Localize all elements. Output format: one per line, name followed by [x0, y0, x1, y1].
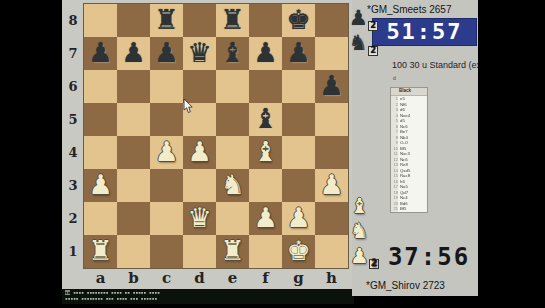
square-a7[interactable]: ♟ [84, 37, 117, 70]
rank-label-7: 7 [63, 37, 83, 70]
white-queen-d2: ♛ [183, 202, 216, 235]
file-label-h: h [315, 269, 348, 288]
mouse-cursor [183, 99, 195, 114]
file-label-e: e [216, 269, 249, 288]
clock-top-active: 51:57 [372, 18, 477, 46]
square-e4[interactable] [216, 136, 249, 169]
square-c4[interactable]: ♟ [150, 136, 183, 169]
black-bishop-e7: ♝ [216, 37, 249, 70]
square-e7[interactable]: ♝ [216, 37, 249, 70]
square-f7[interactable]: ♟ [249, 37, 282, 70]
file-label-g: g [282, 269, 315, 288]
square-f3[interactable] [249, 169, 282, 202]
white-pawn-a3: ♟ [84, 169, 117, 202]
white-knight-e3: ♞ [216, 169, 249, 202]
captured-pawn-icon: ♟2 [343, 244, 376, 269]
square-f8[interactable] [249, 4, 282, 37]
file-label-a: a [84, 269, 117, 288]
square-c2[interactable] [150, 202, 183, 235]
black-pawn-c7: ♟ [150, 37, 183, 70]
square-a5[interactable] [84, 103, 117, 136]
black-rook-c8: ♜ [150, 4, 183, 37]
square-e3[interactable]: ♞ [216, 169, 249, 202]
black-pawn-g7: ♟ [282, 37, 315, 70]
square-f1[interactable] [249, 235, 282, 268]
square-d4[interactable]: ♟ [183, 136, 216, 169]
square-e6[interactable] [216, 70, 249, 103]
square-g4[interactable] [282, 136, 315, 169]
move-list-rows: 1e52Nf63d64Nxe45d56Nc67Be78Nb49O-O10Bf51… [391, 96, 427, 212]
square-b5[interactable] [117, 103, 150, 136]
move-list-header: Black [391, 88, 427, 96]
console-line-2: ▪▪▪▪▪ ▪▪▪▪▪▪▪▪ ▪▪▪ ▪▪▪▪ ▪▪▪ ▪▪▪▪▪▪ [65, 296, 354, 302]
square-c8[interactable]: ♜ [150, 4, 183, 37]
square-c1[interactable] [150, 235, 183, 268]
square-a6[interactable] [84, 70, 117, 103]
square-b1[interactable] [117, 235, 150, 268]
square-g2[interactable]: ♟ [282, 202, 315, 235]
square-c6[interactable] [150, 70, 183, 103]
rank-label-5: 5 [63, 103, 83, 136]
black-queen-d7: ♛ [183, 37, 216, 70]
file-label-b: b [117, 269, 150, 288]
square-f5[interactable]: ♝ [249, 103, 282, 136]
captured-tray-top: ♟2♞2 [342, 6, 368, 56]
captured-count-badge: 2 [369, 259, 379, 269]
file-label-f: f [249, 269, 282, 288]
captured-knight-icon: ♞ [343, 219, 376, 244]
black-pawn-h6: ♟ [315, 70, 348, 103]
game-info-marker: d [393, 75, 396, 81]
rank-label-3: 3 [63, 169, 83, 202]
player-bottom-name: *GM_Shirov 2723 [366, 280, 445, 291]
square-b6[interactable] [117, 70, 150, 103]
square-e5[interactable] [216, 103, 249, 136]
white-pawn-f2: ♟ [249, 202, 282, 235]
player-bottom-handle: *GM_Shirov [366, 280, 420, 291]
captured-tray-bottom: ♝♞♟2 [343, 194, 369, 269]
black-pawn-b7: ♟ [117, 37, 150, 70]
square-d3[interactable] [183, 169, 216, 202]
captured-count-badge: 2 [368, 46, 378, 56]
console-bar: ▪▪ ▪▪▪▪ ▪▪▪▪▪▪▪▪ ▪▪▪▪ ▪▪ ▪▪▪▪▪ ▪▪▪▪ ▪▪▪▪… [62, 289, 354, 304]
square-g1[interactable]: ♚ [282, 235, 315, 268]
player-top-name: *GM_Smeets 2657 [367, 4, 452, 15]
white-rook-e1: ♜ [216, 235, 249, 268]
file-label-c: c [150, 269, 183, 288]
square-b2[interactable] [117, 202, 150, 235]
file-label-d: d [183, 269, 216, 288]
square-a8[interactable] [84, 4, 117, 37]
square-h5[interactable] [315, 103, 348, 136]
rank-label-2: 2 [63, 202, 83, 235]
clock-bottom: 37:56 [380, 243, 478, 271]
console-highlight: ▪▪ [65, 290, 70, 295]
player-bottom-rating: 2723 [423, 280, 445, 291]
square-a3[interactable]: ♟ [84, 169, 117, 202]
square-c3[interactable] [150, 169, 183, 202]
square-b3[interactable] [117, 169, 150, 202]
player-top-handle: *GM_Smeets [367, 4, 426, 15]
move-row-21[interactable]: 21Bf5 [391, 206, 427, 212]
square-g8[interactable]: ♚ [282, 4, 315, 37]
captured-bishop-icon: ♝ [343, 194, 376, 219]
square-a4[interactable] [84, 136, 117, 169]
square-a2[interactable] [84, 202, 117, 235]
move-list-window[interactable]: Black 1e52Nf63d64Nxe45d56Nc67Be78Nb49O-O… [390, 87, 428, 213]
square-d7[interactable]: ♛ [183, 37, 216, 70]
square-f4[interactable]: ♝ [249, 136, 282, 169]
white-rook-a1: ♜ [84, 235, 117, 268]
square-d2[interactable]: ♛ [183, 202, 216, 235]
chess-board: ♜♜♚♟♟♟♛♝♟♟♟♝♟♟♝♟♞♟♛♟♟♜♜♚ [84, 4, 348, 268]
square-h6[interactable]: ♟ [315, 70, 348, 103]
square-e8[interactable]: ♜ [216, 4, 249, 37]
captured-pawn-icon: ♟2 [342, 6, 375, 31]
black-rook-e8: ♜ [216, 4, 249, 37]
square-e1[interactable]: ♜ [216, 235, 249, 268]
square-f6[interactable] [249, 70, 282, 103]
rank-label-4: 4 [63, 136, 83, 169]
chess-client-window: 87654321 ♜♜♚♟♟♟♛♝♟♟♟♝♟♟♝♟♞♟♛♟♟♜♜♚ abcdef… [0, 0, 545, 308]
square-a1[interactable]: ♜ [84, 235, 117, 268]
black-pawn-a7: ♟ [84, 37, 117, 70]
square-b4[interactable] [117, 136, 150, 169]
captured-knight-icon: ♞2 [342, 31, 375, 56]
move-san: Bf5 [398, 206, 406, 212]
square-g7[interactable]: ♟ [282, 37, 315, 70]
square-d8[interactable] [183, 4, 216, 37]
square-b7[interactable]: ♟ [117, 37, 150, 70]
rank-label-1: 1 [63, 235, 83, 268]
white-king-g1: ♚ [282, 235, 315, 268]
move-number: 21 [391, 206, 398, 212]
rank-label-8: 8 [63, 4, 83, 37]
white-bishop-f4: ♝ [249, 136, 282, 169]
square-f2[interactable]: ♟ [249, 202, 282, 235]
player-top-rating: 2657 [429, 4, 451, 15]
white-pawn-d4: ♟ [183, 136, 216, 169]
square-h4[interactable] [315, 136, 348, 169]
square-g5[interactable] [282, 103, 315, 136]
square-c5[interactable] [150, 103, 183, 136]
white-pawn-c4: ♟ [150, 136, 183, 169]
black-bishop-f5: ♝ [249, 103, 282, 136]
white-pawn-g2: ♟ [282, 202, 315, 235]
black-pawn-f7: ♟ [249, 37, 282, 70]
black-king-g8: ♚ [282, 4, 315, 37]
square-g3[interactable] [282, 169, 315, 202]
game-type-label: 100 30 u Standard (exa [392, 60, 478, 70]
captured-count-badge: 2 [368, 21, 378, 31]
square-g6[interactable] [282, 70, 315, 103]
square-b8[interactable] [117, 4, 150, 37]
square-e2[interactable] [216, 202, 249, 235]
rank-label-6: 6 [63, 70, 83, 103]
square-c7[interactable]: ♟ [150, 37, 183, 70]
square-d1[interactable] [183, 235, 216, 268]
